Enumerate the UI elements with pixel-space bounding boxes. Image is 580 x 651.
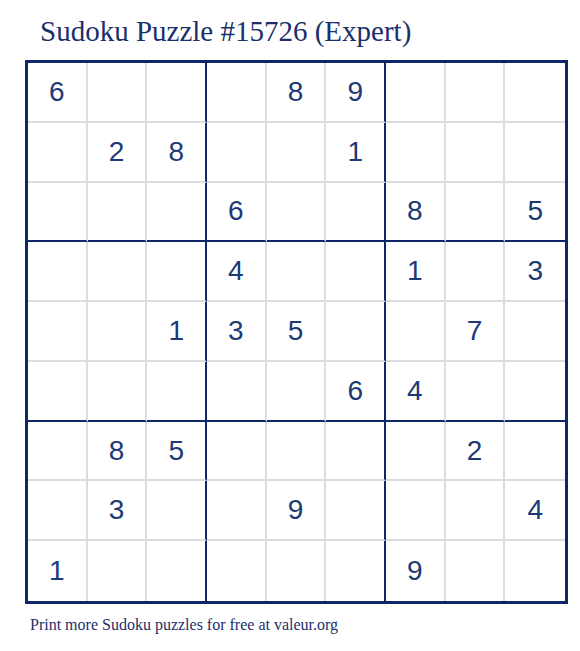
- cell-r9c2: [88, 541, 148, 601]
- cell-r7c9: [505, 422, 565, 482]
- cell-r8c8: [446, 481, 506, 541]
- cell-r1c2: [88, 63, 148, 123]
- cell-r9c9: [505, 541, 565, 601]
- cell-r5c1: [28, 302, 88, 362]
- cell-r4c7: 1: [386, 242, 446, 302]
- cell-r6c2: [88, 362, 148, 422]
- cell-r6c1: [28, 362, 88, 422]
- cell-r9c7: 9: [386, 541, 446, 601]
- cell-r1c3: [147, 63, 207, 123]
- cell-r8c5: 9: [267, 481, 327, 541]
- cell-r5c4: 3: [207, 302, 267, 362]
- cell-r4c1: [28, 242, 88, 302]
- cell-r2c9: [505, 123, 565, 183]
- cell-r3c1: [28, 183, 88, 243]
- sudoku-grid: 68928168541313576485239419: [25, 60, 568, 604]
- cell-r2c5: [267, 123, 327, 183]
- cell-r5c8: 7: [446, 302, 506, 362]
- cell-r9c1: 1: [28, 541, 88, 601]
- cell-r1c9: [505, 63, 565, 123]
- cell-r7c7: [386, 422, 446, 482]
- cell-r4c8: [446, 242, 506, 302]
- cell-r3c8: [446, 183, 506, 243]
- cell-r4c9: 3: [505, 242, 565, 302]
- page-title: Sudoku Puzzle #15726 (Expert): [40, 14, 411, 48]
- cell-r2c2: 2: [88, 123, 148, 183]
- cell-r8c7: [386, 481, 446, 541]
- cell-r1c8: [446, 63, 506, 123]
- cell-r3c4: 6: [207, 183, 267, 243]
- cell-r7c1: [28, 422, 88, 482]
- cell-r6c3: [147, 362, 207, 422]
- cell-r3c2: [88, 183, 148, 243]
- cell-r8c6: [326, 481, 386, 541]
- cell-r8c3: [147, 481, 207, 541]
- footer-text: Print more Sudoku puzzles for free at va…: [30, 616, 338, 634]
- cell-r4c3: [147, 242, 207, 302]
- cell-r3c5: [267, 183, 327, 243]
- cell-r6c4: [207, 362, 267, 422]
- cell-r4c6: [326, 242, 386, 302]
- cell-r5c6: [326, 302, 386, 362]
- cell-r2c3: 8: [147, 123, 207, 183]
- cell-r9c8: [446, 541, 506, 601]
- cell-r6c5: [267, 362, 327, 422]
- cell-r4c2: [88, 242, 148, 302]
- cell-r7c6: [326, 422, 386, 482]
- cell-r7c5: [267, 422, 327, 482]
- cell-r8c9: 4: [505, 481, 565, 541]
- cell-r4c4: 4: [207, 242, 267, 302]
- cell-r2c8: [446, 123, 506, 183]
- cell-r7c4: [207, 422, 267, 482]
- cell-r4c5: [267, 242, 327, 302]
- cell-r1c1: 6: [28, 63, 88, 123]
- cell-r9c5: [267, 541, 327, 601]
- cell-r2c1: [28, 123, 88, 183]
- cell-r5c3: 1: [147, 302, 207, 362]
- cell-r8c1: [28, 481, 88, 541]
- cell-r5c5: 5: [267, 302, 327, 362]
- cell-r1c7: [386, 63, 446, 123]
- cell-r2c7: [386, 123, 446, 183]
- cell-r7c2: 8: [88, 422, 148, 482]
- cell-r7c3: 5: [147, 422, 207, 482]
- cell-r6c9: [505, 362, 565, 422]
- cell-r2c4: [207, 123, 267, 183]
- cell-r6c7: 4: [386, 362, 446, 422]
- cell-r9c3: [147, 541, 207, 601]
- cell-r3c9: 5: [505, 183, 565, 243]
- cell-r6c6: 6: [326, 362, 386, 422]
- cell-r9c4: [207, 541, 267, 601]
- cell-r9c6: [326, 541, 386, 601]
- cell-r1c4: [207, 63, 267, 123]
- cell-r5c2: [88, 302, 148, 362]
- cell-r1c5: 8: [267, 63, 327, 123]
- cell-r1c6: 9: [326, 63, 386, 123]
- cell-r3c7: 8: [386, 183, 446, 243]
- cell-r7c8: 2: [446, 422, 506, 482]
- cell-r5c9: [505, 302, 565, 362]
- cell-r2c6: 1: [326, 123, 386, 183]
- cell-r3c6: [326, 183, 386, 243]
- cell-r6c8: [446, 362, 506, 422]
- cell-r5c7: [386, 302, 446, 362]
- cell-r8c2: 3: [88, 481, 148, 541]
- page: Sudoku Puzzle #15726 (Expert) 6892816854…: [0, 0, 580, 651]
- cell-r3c3: [147, 183, 207, 243]
- cell-r8c4: [207, 481, 267, 541]
